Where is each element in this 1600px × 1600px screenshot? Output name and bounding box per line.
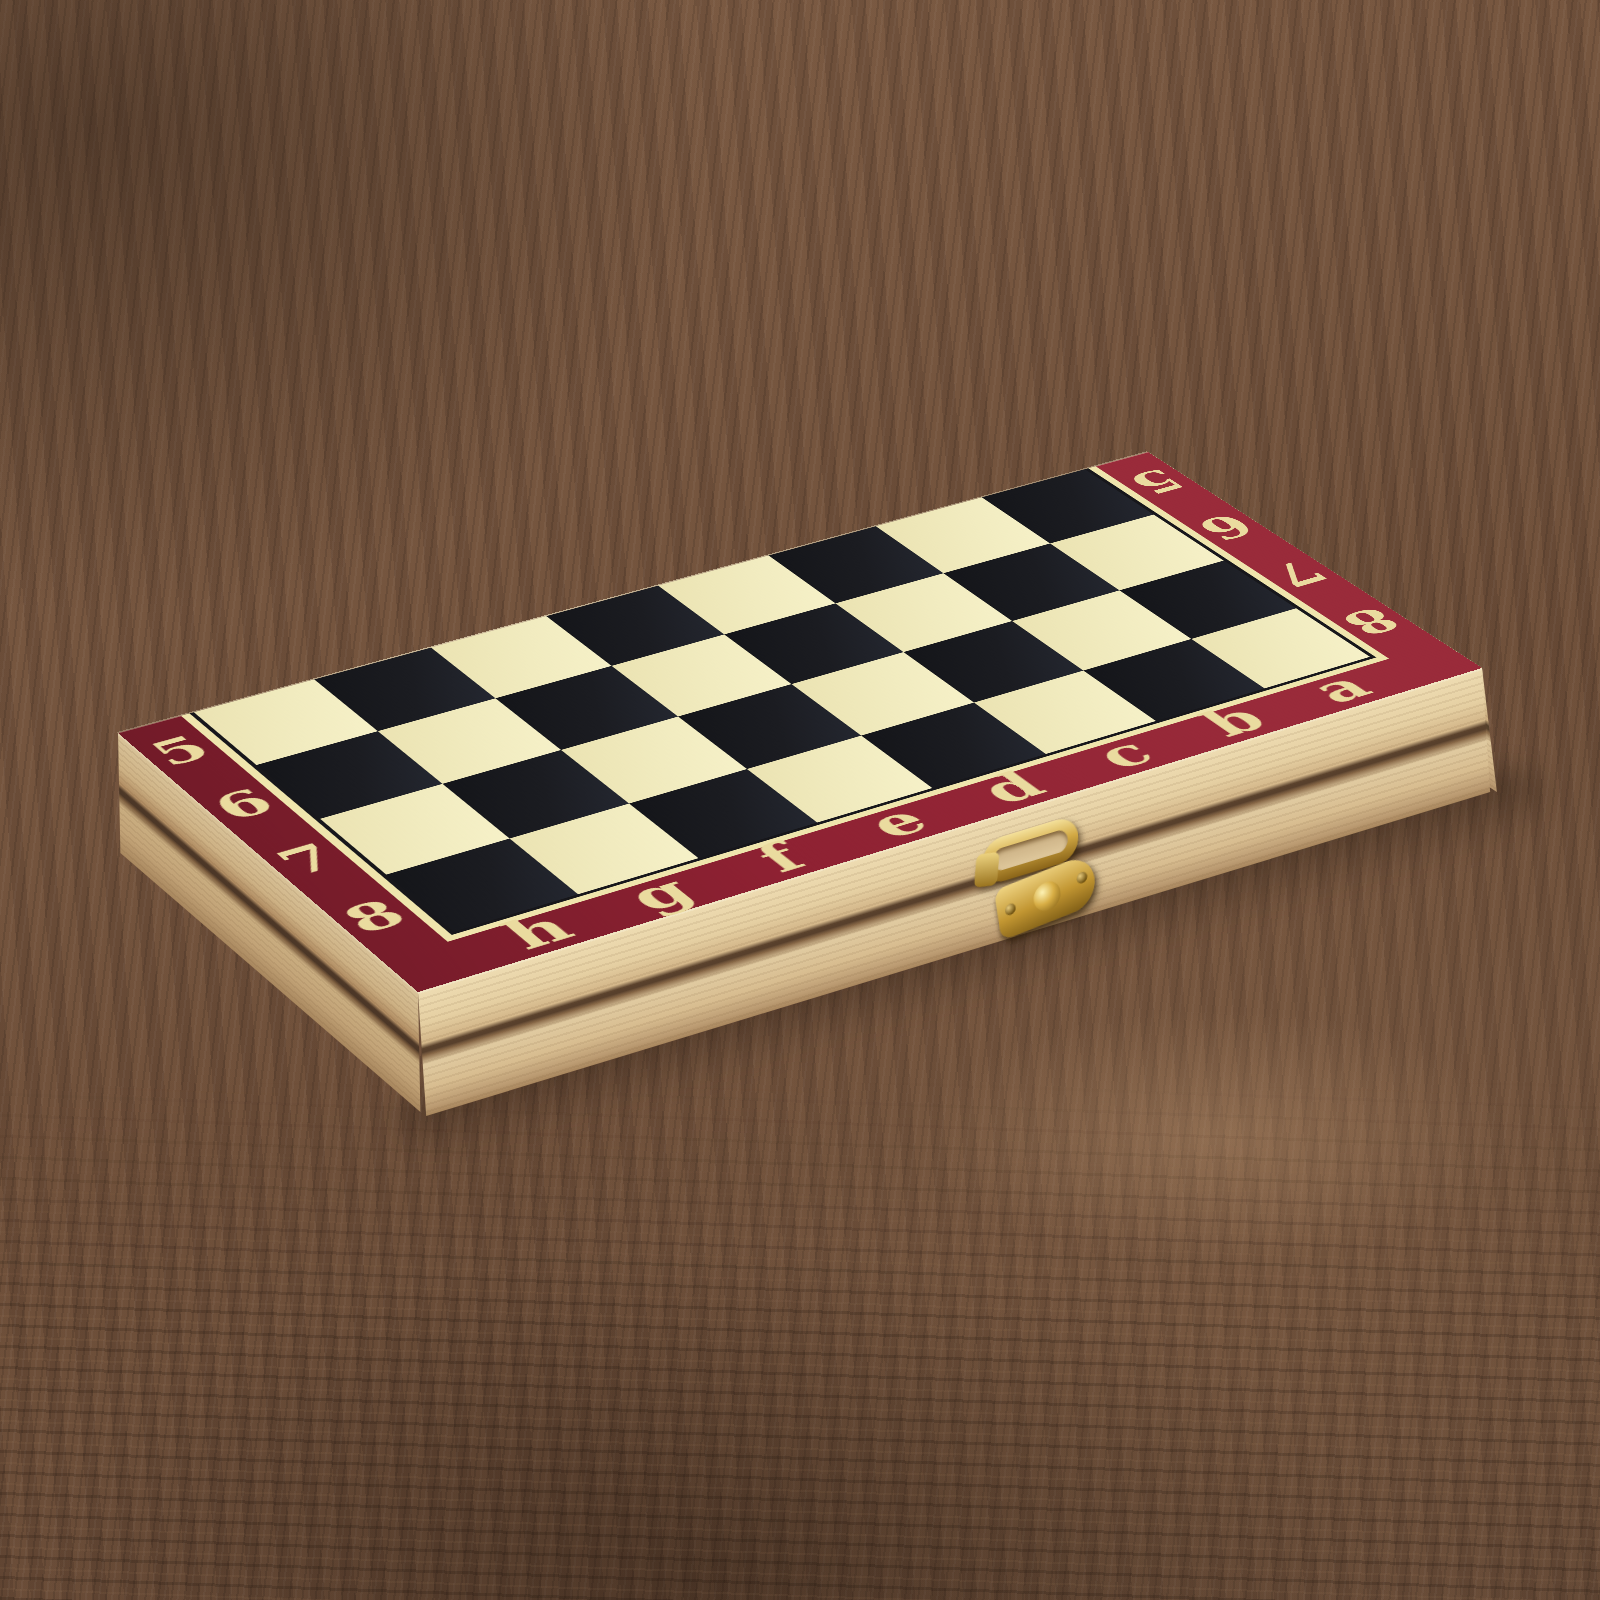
latch-dome xyxy=(1032,877,1063,915)
latch-screw-right xyxy=(1076,870,1088,885)
photo-scene: 5678 5678 hgfedcba xyxy=(0,0,1600,1600)
latch-screw-left xyxy=(1004,902,1016,917)
table-wood-grain xyxy=(0,1080,1600,1600)
latch-tab xyxy=(974,852,1000,888)
